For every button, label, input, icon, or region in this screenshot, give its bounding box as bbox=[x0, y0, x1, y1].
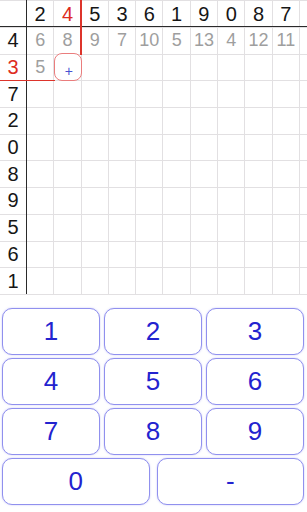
grid-cell-r4c8[interactable] bbox=[245, 135, 272, 162]
keypad-row-1: 123 bbox=[2, 308, 304, 355]
grid-cell-r7c8[interactable] bbox=[245, 215, 272, 242]
grid-cell-r3c1[interactable] bbox=[54, 108, 81, 135]
grid-cell-r6c3[interactable] bbox=[109, 188, 136, 215]
grid-cell-r1c8[interactable] bbox=[245, 55, 272, 82]
grid-cell-r5c5[interactable] bbox=[163, 161, 190, 188]
grid-cell-r2c8[interactable] bbox=[245, 81, 272, 108]
grid-filler bbox=[300, 55, 307, 82]
key-8[interactable]: 8 bbox=[104, 408, 202, 455]
key-6[interactable]: 6 bbox=[206, 358, 304, 405]
grid-cell-r5c3[interactable] bbox=[109, 161, 136, 188]
key-3[interactable]: 3 bbox=[206, 308, 304, 355]
grid-cell-r2c0[interactable] bbox=[27, 81, 54, 108]
grid-cell-r9c1[interactable] bbox=[54, 268, 81, 295]
grid-cell-r0c2[interactable]: 9 bbox=[82, 28, 109, 55]
grid-cell-r4c6[interactable] bbox=[191, 135, 218, 162]
grid-cell-r2c7[interactable] bbox=[218, 81, 245, 108]
header-column-divider bbox=[26, 0, 28, 294]
row-header-5: 5 bbox=[0, 215, 27, 242]
grid-cell-r5c6[interactable] bbox=[191, 161, 218, 188]
row-header-3: 3 bbox=[0, 55, 27, 82]
grid-cell-r8c1[interactable] bbox=[54, 242, 81, 269]
grid-cell-r0c7[interactable]: 4 bbox=[218, 28, 245, 55]
grid-cell-r4c7[interactable] bbox=[218, 135, 245, 162]
grid-cell-r0c9[interactable]: 11 bbox=[273, 28, 300, 55]
grid-cell-r2c4[interactable] bbox=[136, 81, 163, 108]
grid-cell-r9c0[interactable] bbox=[27, 268, 54, 295]
grid-cell-r6c4[interactable] bbox=[136, 188, 163, 215]
active-row-indicator-line bbox=[0, 80, 55, 81]
grid-cell-r8c3[interactable] bbox=[109, 242, 136, 269]
grid-cell-r0c5[interactable]: 5 bbox=[163, 28, 190, 55]
col-header-0: 0 bbox=[218, 1, 245, 28]
grid-filler bbox=[300, 28, 307, 55]
grid-cell-r7c2[interactable] bbox=[82, 215, 109, 242]
grid-cell-r4c1[interactable] bbox=[54, 135, 81, 162]
grid-cell-r7c3[interactable] bbox=[109, 215, 136, 242]
grid-cell-r2c9[interactable] bbox=[273, 81, 300, 108]
key-7[interactable]: 7 bbox=[2, 408, 100, 455]
grid-cell-r9c4[interactable] bbox=[136, 268, 163, 295]
grid-filler bbox=[300, 242, 307, 269]
grid-cell-r7c0[interactable] bbox=[27, 215, 54, 242]
addition-game-screen: 24536190874689710513412113572089561 + 12… bbox=[0, 0, 307, 512]
grid-cell-r1c6[interactable] bbox=[191, 55, 218, 82]
row-header-8: 8 bbox=[0, 161, 27, 188]
grid-cell-r3c3[interactable] bbox=[109, 108, 136, 135]
grid-cell-r7c4[interactable] bbox=[136, 215, 163, 242]
grid-cell-r0c1[interactable]: 8 bbox=[54, 28, 81, 55]
grid-cell-r8c6[interactable] bbox=[191, 242, 218, 269]
grid-filler bbox=[300, 135, 307, 162]
col-header-5: 5 bbox=[82, 1, 109, 28]
grid-cell-r1c2[interactable] bbox=[82, 55, 109, 82]
grid-cell-r2c2[interactable] bbox=[82, 81, 109, 108]
minus-key[interactable]: - bbox=[157, 458, 305, 505]
grid-cell-r7c7[interactable] bbox=[218, 215, 245, 242]
grid-cell-r0c8[interactable]: 12 bbox=[245, 28, 272, 55]
keypad-row-4: 0- bbox=[2, 458, 304, 505]
keypad-row-3: 789 bbox=[2, 408, 304, 455]
grid-cell-r2c6[interactable] bbox=[191, 81, 218, 108]
grid-cell-r4c4[interactable] bbox=[136, 135, 163, 162]
key-2[interactable]: 2 bbox=[104, 308, 202, 355]
addition-board: 24536190874689710513412113572089561 bbox=[0, 0, 307, 294]
key-9[interactable]: 9 bbox=[206, 408, 304, 455]
grid-cell-r5c0[interactable] bbox=[27, 161, 54, 188]
grid-cell-r3c5[interactable] bbox=[163, 108, 190, 135]
grid-cell-r9c3[interactable] bbox=[109, 268, 136, 295]
row-header-2: 2 bbox=[0, 108, 27, 135]
grid-cell-r6c5[interactable] bbox=[163, 188, 190, 215]
grid-cell-r4c9[interactable] bbox=[273, 135, 300, 162]
grid-cell-r1c7[interactable] bbox=[218, 55, 245, 82]
grid-cell-r9c8[interactable] bbox=[245, 268, 272, 295]
col-header-1: 1 bbox=[163, 1, 190, 28]
key-0[interactable]: 0 bbox=[2, 458, 150, 505]
grid-cell-r3c9[interactable] bbox=[273, 108, 300, 135]
grid-cell-r6c8[interactable] bbox=[245, 188, 272, 215]
row-header-6: 6 bbox=[0, 242, 27, 269]
grid-cell-r9c5[interactable] bbox=[163, 268, 190, 295]
grid-cell-r1c4[interactable] bbox=[136, 55, 163, 82]
grid-cell-r4c2[interactable] bbox=[82, 135, 109, 162]
col-header-6: 6 bbox=[136, 1, 163, 28]
grid-cell-r6c6[interactable] bbox=[191, 188, 218, 215]
grid-cell-r5c4[interactable] bbox=[136, 161, 163, 188]
grid-cell-r8c9[interactable] bbox=[273, 242, 300, 269]
col-header-4: 4 bbox=[54, 1, 81, 28]
grid-cell-r3c0[interactable] bbox=[27, 108, 54, 135]
grid-filler bbox=[300, 161, 307, 188]
grid-cell-r0c4[interactable]: 10 bbox=[136, 28, 163, 55]
number-keypad: 1234567890- bbox=[2, 308, 304, 505]
col-header-9: 9 bbox=[191, 1, 218, 28]
grid-cell-r8c0[interactable] bbox=[27, 242, 54, 269]
grid-cell-r5c1[interactable] bbox=[54, 161, 81, 188]
col-header-7: 7 bbox=[273, 1, 300, 28]
grid-cell-r8c7[interactable] bbox=[218, 242, 245, 269]
grid-cell-r4c3[interactable] bbox=[109, 135, 136, 162]
grid-cell-r7c6[interactable] bbox=[191, 215, 218, 242]
grid-cell-r4c5[interactable] bbox=[163, 135, 190, 162]
grid-cell-r3c8[interactable] bbox=[245, 108, 272, 135]
grid-cell-r0c0[interactable]: 6 bbox=[27, 28, 54, 55]
grid-cell-r8c5[interactable] bbox=[163, 242, 190, 269]
grid-corner-cell bbox=[0, 1, 27, 28]
col-header-8: 8 bbox=[245, 1, 272, 28]
grid-cell-r6c0[interactable] bbox=[27, 188, 54, 215]
grid-cell-r1c5[interactable] bbox=[163, 55, 190, 82]
header-row-divider bbox=[0, 26, 307, 28]
grid-cell-r6c9[interactable] bbox=[273, 188, 300, 215]
key-1[interactable]: 1 bbox=[2, 308, 100, 355]
grid-filler bbox=[300, 1, 307, 28]
grid-cell-r8c8[interactable] bbox=[245, 242, 272, 269]
grid-cell-r2c1[interactable] bbox=[54, 81, 81, 108]
grid-cell-r0c6[interactable]: 13 bbox=[191, 28, 218, 55]
grid-cell-r9c2[interactable] bbox=[82, 268, 109, 295]
col-header-3: 3 bbox=[109, 1, 136, 28]
grid-filler bbox=[300, 188, 307, 215]
row-header-9: 9 bbox=[0, 188, 27, 215]
grid-cell-r5c8[interactable] bbox=[245, 161, 272, 188]
grid-cell-r6c7[interactable] bbox=[218, 188, 245, 215]
col-header-2: 2 bbox=[27, 1, 54, 28]
grid-filler bbox=[300, 81, 307, 108]
grid-cell-r4c0[interactable] bbox=[27, 135, 54, 162]
key-5[interactable]: 5 bbox=[104, 358, 202, 405]
grid-cell-r3c4[interactable] bbox=[136, 108, 163, 135]
grid-cell-r7c9[interactable] bbox=[273, 215, 300, 242]
grid-cell-r3c2[interactable] bbox=[82, 108, 109, 135]
grid-cell-r5c7[interactable] bbox=[218, 161, 245, 188]
row-header-0: 0 bbox=[0, 135, 27, 162]
grid-cell-r8c4[interactable] bbox=[136, 242, 163, 269]
grid-cell-r0c3[interactable]: 7 bbox=[109, 28, 136, 55]
row-header-7: 7 bbox=[0, 81, 27, 108]
grid-cell-r2c5[interactable] bbox=[163, 81, 190, 108]
key-4[interactable]: 4 bbox=[2, 358, 100, 405]
grid-cell-r1c3[interactable] bbox=[109, 55, 136, 82]
grid-cell-r2c3[interactable] bbox=[109, 81, 136, 108]
active-cell[interactable]: + bbox=[54, 53, 83, 81]
grid-cell-r9c9[interactable] bbox=[273, 268, 300, 295]
grid-filler bbox=[300, 268, 307, 295]
grid-cell-r9c7[interactable] bbox=[218, 268, 245, 295]
keypad-row-2: 456 bbox=[2, 358, 304, 405]
grid-cell-r1c9[interactable] bbox=[273, 55, 300, 82]
plus-operator-icon: + bbox=[65, 64, 73, 78]
grid-cell-r1c0[interactable]: 5 bbox=[27, 55, 54, 82]
grid-cell-r8c2[interactable] bbox=[82, 242, 109, 269]
grid-cell-r7c1[interactable] bbox=[54, 215, 81, 242]
grid-cell-r5c2[interactable] bbox=[82, 161, 109, 188]
grid-filler bbox=[300, 215, 307, 242]
grid-filler bbox=[300, 108, 307, 135]
grid-cell-r3c7[interactable] bbox=[218, 108, 245, 135]
grid-cell-r7c5[interactable] bbox=[163, 215, 190, 242]
grid-cell-r6c2[interactable] bbox=[82, 188, 109, 215]
grid-cell-r6c1[interactable] bbox=[54, 188, 81, 215]
row-header-4: 4 bbox=[0, 28, 27, 55]
grid-cell-r3c6[interactable] bbox=[191, 108, 218, 135]
row-header-1: 1 bbox=[0, 268, 27, 295]
grid-cell-r9c6[interactable] bbox=[191, 268, 218, 295]
grid-cell-r5c9[interactable] bbox=[273, 161, 300, 188]
active-column-indicator-line bbox=[80, 0, 81, 55]
